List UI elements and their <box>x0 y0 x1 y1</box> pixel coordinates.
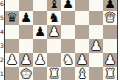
square-h4[interactable] <box>103 25 117 39</box>
square-f4[interactable] <box>75 25 89 39</box>
square-d3[interactable] <box>47 39 61 53</box>
square-c3[interactable] <box>33 39 47 53</box>
square-f2[interactable]: ♟ <box>75 53 89 67</box>
square-g3[interactable]: ♟ <box>89 39 103 53</box>
square-f1[interactable]: ♝ <box>75 67 89 80</box>
square-g4[interactable] <box>89 25 103 39</box>
rank-label-2: 2 <box>0 56 4 64</box>
white-queen-h5: ♛ <box>104 11 116 25</box>
black-knight-d5: ♞ <box>48 11 60 25</box>
black-pawn-e6: ♟ <box>62 0 74 11</box>
square-f6[interactable] <box>75 0 89 11</box>
white-pawn-g3: ♟ <box>90 39 102 53</box>
square-g2[interactable] <box>89 53 103 67</box>
white-bishop-f1: ♝ <box>76 67 88 80</box>
black-queen-a5: ♛ <box>6 11 18 25</box>
square-h5[interactable]: ♛ <box>103 11 117 25</box>
white-pawn-f2: ♟ <box>76 53 88 67</box>
square-e5[interactable] <box>61 11 75 25</box>
square-b1[interactable]: ♚ <box>19 67 33 80</box>
square-a2[interactable]: ♟ <box>5 53 19 67</box>
white-pawn-b2: ♟ <box>20 53 32 67</box>
square-f5[interactable] <box>75 11 89 25</box>
square-c2[interactable]: ♟ <box>33 53 47 67</box>
square-d2[interactable] <box>47 53 61 67</box>
square-a5[interactable]: ♛ <box>5 11 19 25</box>
white-rook-h1: ♜ <box>104 67 116 80</box>
square-c4[interactable]: ♟ <box>33 25 47 39</box>
square-h6[interactable]: ♟ <box>103 0 117 11</box>
square-c5[interactable] <box>33 11 47 25</box>
square-h3[interactable] <box>103 39 117 53</box>
square-d1[interactable]: ♜ <box>47 67 61 80</box>
white-pawn-c2: ♟ <box>34 53 46 67</box>
square-h2[interactable]: ♟ <box>103 53 117 67</box>
square-a3[interactable] <box>5 39 19 53</box>
square-d4[interactable]: ♟ <box>47 25 61 39</box>
black-bishop-d6: ♝ <box>48 0 60 11</box>
chess-diagram: ♝♟♟♛♟♞♛♟♟♟♟♟♟♞♟♟♚♜♝♜ 654321 <box>0 0 120 80</box>
square-b2[interactable]: ♟ <box>19 53 33 67</box>
black-pawn-h6: ♟ <box>104 0 116 11</box>
square-a6[interactable] <box>5 0 19 11</box>
white-pawn-d4: ♟ <box>48 25 60 39</box>
rank-label-3: 3 <box>0 42 4 50</box>
white-king-b1: ♚ <box>20 67 32 80</box>
square-b4[interactable] <box>19 25 33 39</box>
square-c6[interactable] <box>33 0 47 11</box>
square-e1[interactable] <box>61 67 75 80</box>
square-h1[interactable]: ♜ <box>103 67 117 80</box>
white-pawn-a2: ♟ <box>6 53 18 67</box>
square-g1[interactable] <box>89 67 103 80</box>
white-rook-d1: ♜ <box>48 67 60 80</box>
square-e2[interactable]: ♞ <box>61 53 75 67</box>
rank-label-6: 6 <box>0 0 4 8</box>
rank-label-4: 4 <box>0 28 4 36</box>
square-b5[interactable]: ♟ <box>19 11 33 25</box>
square-a4[interactable] <box>5 25 19 39</box>
square-c1[interactable] <box>33 67 47 80</box>
square-d6[interactable]: ♝ <box>47 0 61 11</box>
rank-label-5: 5 <box>0 14 4 22</box>
black-pawn-b5: ♟ <box>20 11 32 25</box>
square-e3[interactable] <box>61 39 75 53</box>
square-b3[interactable] <box>19 39 33 53</box>
chess-board: ♝♟♟♛♟♞♛♟♟♟♟♟♟♞♟♟♚♜♝♜ <box>4 0 118 80</box>
square-g6[interactable] <box>89 0 103 11</box>
square-f3[interactable] <box>75 39 89 53</box>
white-knight-e2: ♞ <box>62 53 74 67</box>
square-e6[interactable]: ♟ <box>61 0 75 11</box>
black-pawn-c4: ♟ <box>34 25 46 39</box>
square-a1[interactable] <box>5 67 19 80</box>
square-e4[interactable] <box>61 25 75 39</box>
rank-label-1: 1 <box>0 70 4 78</box>
square-d5[interactable]: ♞ <box>47 11 61 25</box>
square-g5[interactable] <box>89 11 103 25</box>
white-pawn-h2: ♟ <box>104 53 116 67</box>
square-b6[interactable] <box>19 0 33 11</box>
